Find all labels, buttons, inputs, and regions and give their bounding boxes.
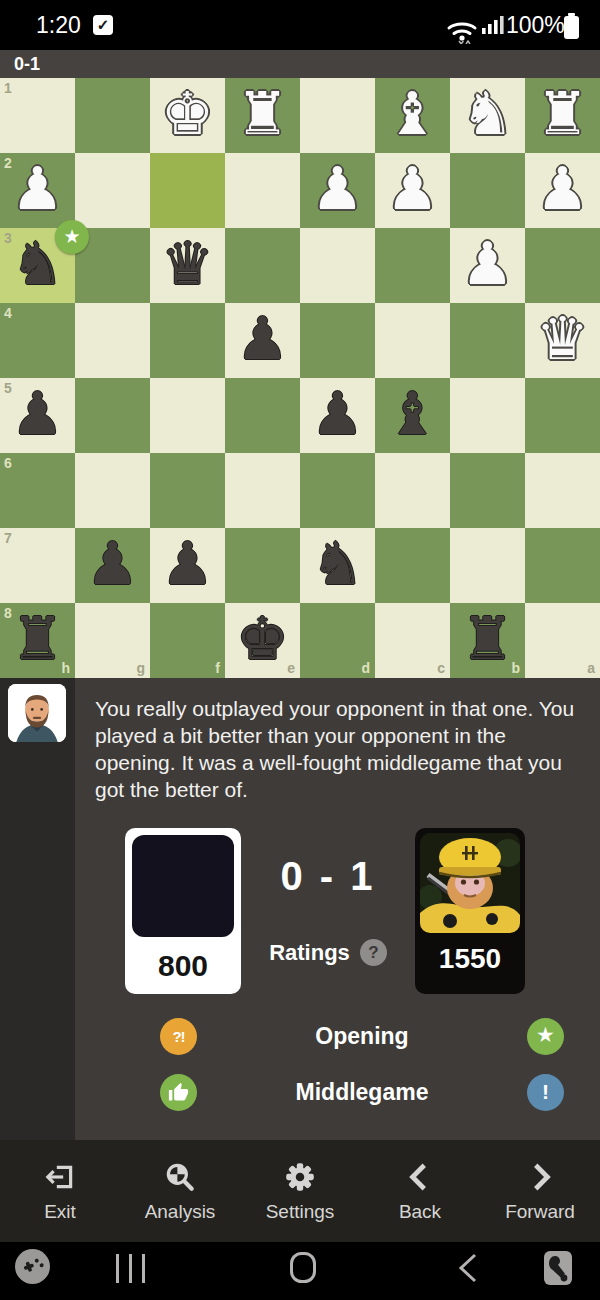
review-panel: You really outplayed your opponent in th… [75, 678, 600, 1140]
score-center: 0 - 1 Ratings ? [241, 828, 415, 966]
great-move-icon: ! [527, 1074, 564, 1111]
square-h1[interactable]: 1 [0, 78, 75, 153]
square-e6[interactable] [225, 453, 300, 528]
square-f5[interactable] [150, 378, 225, 453]
square-b6[interactable] [450, 453, 525, 528]
piece-white-rook[interactable]: ♜ [525, 78, 600, 153]
file-label-d: d [361, 660, 370, 676]
square-c7[interactable] [375, 528, 450, 603]
square-c5[interactable]: ♝ [375, 378, 450, 453]
recents-icon[interactable] [116, 1254, 146, 1287]
square-g1[interactable] [75, 78, 150, 153]
square-g2[interactable] [75, 153, 150, 228]
square-e5[interactable] [225, 378, 300, 453]
piece-black-pawn[interactable]: ♟ [300, 378, 375, 453]
rank-label-1: 1 [4, 80, 12, 96]
analysis-label: Analysis [145, 1201, 216, 1223]
status-bar: 1:20 ✓ 100% [0, 0, 600, 50]
square-e1[interactable]: ♜ [225, 78, 300, 153]
game-launcher-icon[interactable] [15, 1249, 50, 1288]
square-g5[interactable] [75, 378, 150, 453]
home-icon[interactable] [290, 1252, 316, 1287]
forward-label: Forward [505, 1201, 575, 1223]
square-e4[interactable]: ♟ [225, 303, 300, 378]
square-f3[interactable]: ♛ [150, 228, 225, 303]
piece-white-bishop[interactable]: ♝ [375, 78, 450, 153]
piece-black-knight[interactable]: ♞ [300, 528, 375, 603]
battery-icon [563, 13, 580, 43]
back-chevron-icon [403, 1160, 437, 1194]
piece-white-pawn[interactable]: ♟ [375, 153, 450, 228]
android-navbar [0, 1242, 600, 1300]
square-h8[interactable]: 8h♜ [0, 603, 75, 678]
game-review-section: You really outplayed your opponent in th… [0, 678, 600, 1140]
clock-time: 1:20 [36, 0, 81, 50]
square-b2[interactable] [450, 153, 525, 228]
square-a2[interactable]: ♟ [525, 153, 600, 228]
square-f6[interactable] [150, 453, 225, 528]
battery-percent: 100% [506, 0, 565, 50]
chess-board: 1♚♜♝♞♜2♟♟♟♟3♞♛♟4♟♛5♟♟♝67♟♟♞8h♜gfe♚dcb♜a … [0, 78, 600, 678]
inaccuracy-icon: ?! [160, 1018, 197, 1055]
checkbox-status-icon: ✓ [93, 15, 113, 35]
file-label-h: h [61, 660, 70, 676]
file-label-f: f [215, 660, 220, 676]
rank-label-8: 8 [4, 605, 12, 621]
square-f2[interactable] [150, 153, 225, 228]
file-label-e: e [287, 660, 295, 676]
square-d1[interactable] [300, 78, 375, 153]
square-g8[interactable]: g [75, 603, 150, 678]
forward-button[interactable]: Forward [480, 1140, 600, 1242]
player-card-right[interactable]: 1550 [415, 828, 525, 994]
square-h2[interactable]: 2♟ [0, 153, 75, 228]
square-d4[interactable] [300, 303, 375, 378]
result-text: 0-1 [14, 54, 40, 74]
right-player-rating: 1550 [415, 943, 525, 975]
back-icon[interactable] [456, 1253, 478, 1287]
square-h6[interactable]: 6 [0, 453, 75, 528]
board-grid: 1♚♜♝♞♜2♟♟♟♟3♞♛♟4♟♛5♟♟♝67♟♟♞8h♜gfe♚dcb♜a [0, 78, 600, 678]
piece-black-queen[interactable]: ♛ [150, 228, 225, 303]
file-label-a: a [587, 660, 595, 676]
square-d3[interactable] [300, 228, 375, 303]
square-d6[interactable] [300, 453, 375, 528]
wifi-icon [446, 18, 478, 48]
piece-black-pawn[interactable]: ♟ [150, 528, 225, 603]
rank-label-2: 2 [4, 155, 12, 171]
piece-white-queen[interactable]: ♛ [525, 303, 600, 378]
square-a8[interactable]: a [525, 603, 600, 678]
piece-black-pawn[interactable]: ♟ [75, 528, 150, 603]
file-label-c: c [437, 660, 445, 676]
square-e7[interactable] [225, 528, 300, 603]
bottom-toolbar: Exit Analysis [0, 1140, 600, 1242]
square-g7[interactable]: ♟ [75, 528, 150, 603]
phase-row-middlegame: Middlegame ! [75, 1073, 600, 1111]
square-h4[interactable]: 4 [0, 303, 75, 378]
left-player-rating: 800 [125, 949, 241, 983]
help-icon[interactable]: ? [360, 939, 387, 966]
player-card-left[interactable]: 800 [125, 828, 241, 994]
settings-gear-icon [283, 1160, 317, 1194]
square-b5[interactable] [450, 378, 525, 453]
exit-icon [43, 1160, 77, 1194]
piece-white-pawn[interactable]: ♟ [300, 153, 375, 228]
square-h7[interactable]: 7 [0, 528, 75, 603]
square-a6[interactable] [525, 453, 600, 528]
square-g6[interactable] [75, 453, 150, 528]
square-a4[interactable]: ♛ [525, 303, 600, 378]
square-a5[interactable] [525, 378, 600, 453]
square-b3[interactable]: ♟ [450, 228, 525, 303]
file-label-g: g [136, 660, 145, 676]
coach-avatar [8, 684, 66, 742]
square-c1[interactable]: ♝ [375, 78, 450, 153]
phase-row-opening: ?! Opening ★ [75, 1017, 600, 1055]
phase-label-opening: Opening [197, 1023, 527, 1050]
square-f4[interactable] [150, 303, 225, 378]
analysis-icon [163, 1160, 197, 1194]
rank-label-7: 7 [4, 530, 12, 546]
square-d8[interactable]: d [300, 603, 375, 678]
phase-label-middlegame: Middlegame [197, 1079, 527, 1106]
piece-black-bishop[interactable]: ♝ [375, 378, 450, 453]
square-a3[interactable] [525, 228, 600, 303]
square-c8[interactable]: c [375, 603, 450, 678]
square-h5[interactable]: 5♟ [0, 378, 75, 453]
square-e2[interactable] [225, 153, 300, 228]
score-result: 0 - 1 [280, 854, 375, 899]
ratings-label: Ratings [269, 940, 350, 966]
rank-label-5: 5 [4, 380, 12, 396]
best-move-badge: ★ [55, 220, 89, 254]
square-f8[interactable]: f [150, 603, 225, 678]
piece-white-king[interactable]: ♚ [150, 78, 225, 153]
exit-button[interactable]: Exit [0, 1140, 120, 1242]
file-label-b: b [511, 660, 520, 676]
square-c3[interactable] [375, 228, 450, 303]
square-c2[interactable]: ♟ [375, 153, 450, 228]
piece-white-pawn[interactable]: ♟ [525, 153, 600, 228]
piece-black-pawn[interactable]: ♟ [225, 303, 300, 378]
square-f7[interactable]: ♟ [150, 528, 225, 603]
rank-label-6: 6 [4, 455, 12, 471]
square-b7[interactable] [450, 528, 525, 603]
square-d2[interactable]: ♟ [300, 153, 375, 228]
left-player-avatar [132, 835, 234, 937]
square-b4[interactable] [450, 303, 525, 378]
exit-label: Exit [44, 1201, 76, 1223]
signal-strength-icon [482, 15, 504, 39]
square-d7[interactable]: ♞ [300, 528, 375, 603]
result-header: 0-1 [0, 50, 600, 78]
square-a1[interactable]: ♜ [525, 78, 600, 153]
square-e3[interactable] [225, 228, 300, 303]
square-c4[interactable] [375, 303, 450, 378]
back-button[interactable]: Back [360, 1140, 480, 1242]
coach-message: You really outplayed your opponent in th… [75, 678, 600, 803]
right-player-avatar [420, 833, 520, 933]
chess-app-screen: 1:20 ✓ 100% [0, 0, 600, 1300]
back-label: Back [399, 1201, 441, 1223]
square-c6[interactable] [375, 453, 450, 528]
best-move-star-icon: ★ [527, 1018, 564, 1055]
piece-white-rook[interactable]: ♜ [225, 78, 300, 153]
square-f1[interactable]: ♚ [150, 78, 225, 153]
rank-label-3: 3 [4, 230, 12, 246]
settings-button[interactable]: Settings [240, 1140, 360, 1242]
piece-white-knight[interactable]: ♞ [450, 78, 525, 153]
forward-chevron-icon [523, 1160, 557, 1194]
square-b8[interactable]: b♜ [450, 603, 525, 678]
score-row: 800 0 - 1 Ratings ? [75, 828, 600, 994]
palm-gesture-icon[interactable] [543, 1250, 573, 1290]
star-icon: ★ [63, 225, 80, 249]
settings-label: Settings [266, 1201, 335, 1223]
square-d5[interactable]: ♟ [300, 378, 375, 453]
square-a7[interactable] [525, 528, 600, 603]
square-g4[interactable] [75, 303, 150, 378]
good-move-thumbs-up-icon [160, 1074, 197, 1111]
analysis-button[interactable]: Analysis [120, 1140, 240, 1242]
square-b1[interactable]: ♞ [450, 78, 525, 153]
rank-label-4: 4 [4, 305, 12, 321]
square-e8[interactable]: e♚ [225, 603, 300, 678]
piece-white-pawn[interactable]: ♟ [450, 228, 525, 303]
